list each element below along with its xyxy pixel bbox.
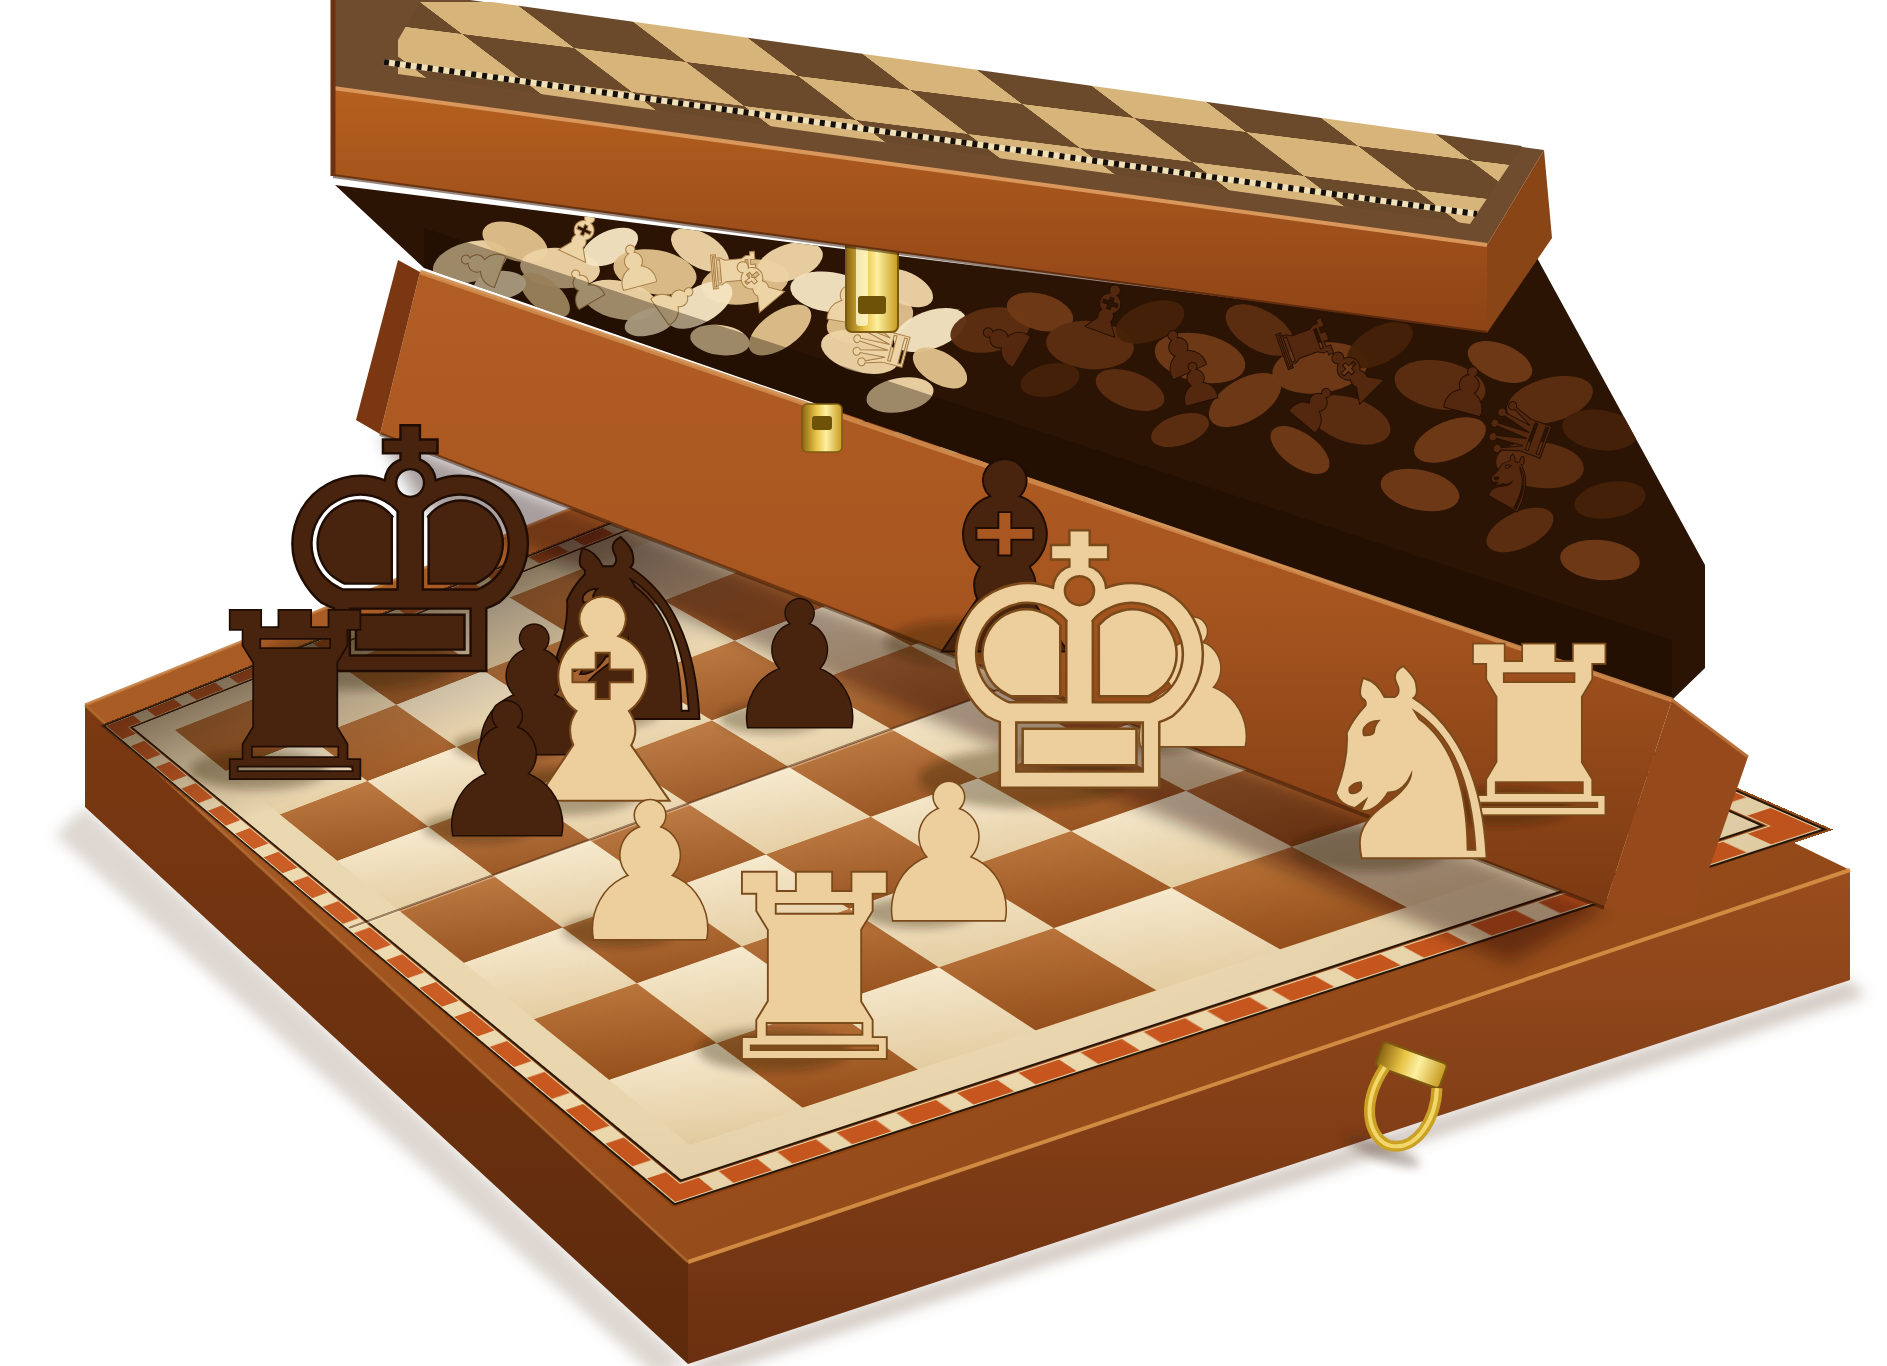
chess-set-product-photo: ♟♝♟♜♝♟♛♟♟♟♝♟♜♝♟♛♟♟♞ ♝♚♞♟♟♟♜♚♝♜♟♞♟♟♜ bbox=[0, 0, 1887, 1366]
case-lid-layer bbox=[0, 0, 1887, 1366]
board-dring-latch bbox=[1341, 1040, 1455, 1174]
